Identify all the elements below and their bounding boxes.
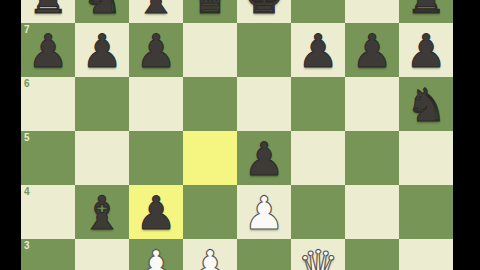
square-d7[interactable] xyxy=(183,23,237,77)
square-e5[interactable]: ♟ xyxy=(237,131,291,185)
square-h3[interactable] xyxy=(399,239,453,270)
square-d4[interactable] xyxy=(183,185,237,239)
square-c5[interactable] xyxy=(129,131,183,185)
piece-black-pawn-c4[interactable]: ♟ xyxy=(135,190,176,236)
piece-black-pawn-a7[interactable]: ♟ xyxy=(27,28,68,74)
square-a7[interactable]: 7♟ xyxy=(21,23,75,77)
piece-white-pawn-c3[interactable]: ♟ xyxy=(135,244,176,270)
square-c6[interactable] xyxy=(129,77,183,131)
square-d3[interactable]: ♟ xyxy=(183,239,237,270)
square-e6[interactable] xyxy=(237,77,291,131)
piece-black-king-e8[interactable]: ♚ xyxy=(243,0,284,20)
square-g7[interactable]: ♟ xyxy=(345,23,399,77)
square-g8[interactable] xyxy=(345,0,399,23)
square-a5[interactable]: 5 xyxy=(21,131,75,185)
square-b3[interactable] xyxy=(75,239,129,270)
square-g3[interactable] xyxy=(345,239,399,270)
rank-label-5: 5 xyxy=(24,132,30,143)
square-e7[interactable] xyxy=(237,23,291,77)
square-h4[interactable] xyxy=(399,185,453,239)
piece-black-pawn-b7[interactable]: ♟ xyxy=(81,28,122,74)
piece-black-knight-b8[interactable]: ♞ xyxy=(81,0,122,20)
square-f7[interactable]: ♟ xyxy=(291,23,345,77)
square-h5[interactable] xyxy=(399,131,453,185)
letterbox-left xyxy=(0,0,21,270)
piece-black-pawn-c7[interactable]: ♟ xyxy=(135,28,176,74)
rank-label-3: 3 xyxy=(24,240,30,251)
square-c3[interactable]: ♟ xyxy=(129,239,183,270)
square-f4[interactable] xyxy=(291,185,345,239)
square-b8[interactable]: ♞ xyxy=(75,0,129,23)
square-c8[interactable]: ♝ xyxy=(129,0,183,23)
square-f6[interactable] xyxy=(291,77,345,131)
square-a4[interactable]: 4 xyxy=(21,185,75,239)
square-f5[interactable] xyxy=(291,131,345,185)
piece-white-pawn-e4[interactable]: ♟ xyxy=(243,190,284,236)
piece-white-queen-f3[interactable]: ♛ xyxy=(297,244,338,270)
piece-white-pawn-d3[interactable]: ♟ xyxy=(189,244,230,270)
piece-black-pawn-e5[interactable]: ♟ xyxy=(243,136,284,182)
square-c4[interactable]: ♟ xyxy=(129,185,183,239)
square-c7[interactable]: ♟ xyxy=(129,23,183,77)
square-g5[interactable] xyxy=(345,131,399,185)
piece-black-bishop-c8[interactable]: ♝ xyxy=(135,0,176,20)
square-f8[interactable] xyxy=(291,0,345,23)
square-e4[interactable]: ♟ xyxy=(237,185,291,239)
piece-black-pawn-h7[interactable]: ♟ xyxy=(405,28,446,74)
square-e8[interactable]: ♚ xyxy=(237,0,291,23)
square-h8[interactable]: ♜ xyxy=(399,0,453,23)
piece-black-pawn-g7[interactable]: ♟ xyxy=(351,28,392,74)
piece-black-knight-h6[interactable]: ♞ xyxy=(405,82,446,128)
piece-black-rook-h8[interactable]: ♜ xyxy=(405,0,446,20)
square-h7[interactable]: ♟ xyxy=(399,23,453,77)
square-e3[interactable] xyxy=(237,239,291,270)
square-f3[interactable]: ♛ xyxy=(291,239,345,270)
piece-black-pawn-f7[interactable]: ♟ xyxy=(297,28,338,74)
square-b5[interactable] xyxy=(75,131,129,185)
square-a3[interactable]: 3 xyxy=(21,239,75,270)
square-g4[interactable] xyxy=(345,185,399,239)
rank-label-6: 6 xyxy=(24,78,30,89)
chessboard: ♜♞♝♛♚♜7♟♟♟♟♟♟6♞5♟4♝♟♟3♟♟♛ xyxy=(21,0,453,270)
square-d5[interactable] xyxy=(183,131,237,185)
square-d8[interactable]: ♛ xyxy=(183,0,237,23)
rank-label-4: 4 xyxy=(24,186,30,197)
piece-black-rook-a8[interactable]: ♜ xyxy=(27,0,68,20)
square-b6[interactable] xyxy=(75,77,129,131)
square-h6[interactable]: ♞ xyxy=(399,77,453,131)
square-a6[interactable]: 6 xyxy=(21,77,75,131)
piece-black-queen-d8[interactable]: ♛ xyxy=(189,0,230,20)
square-b4[interactable]: ♝ xyxy=(75,185,129,239)
square-d6[interactable] xyxy=(183,77,237,131)
letterbox-right xyxy=(454,0,480,270)
square-b7[interactable]: ♟ xyxy=(75,23,129,77)
piece-black-bishop-b4[interactable]: ♝ xyxy=(81,190,122,236)
chess-app-viewport: ♜♞♝♛♚♜7♟♟♟♟♟♟6♞5♟4♝♟♟3♟♟♛ xyxy=(0,0,480,270)
square-a8[interactable]: ♜ xyxy=(21,0,75,23)
square-g6[interactable] xyxy=(345,77,399,131)
